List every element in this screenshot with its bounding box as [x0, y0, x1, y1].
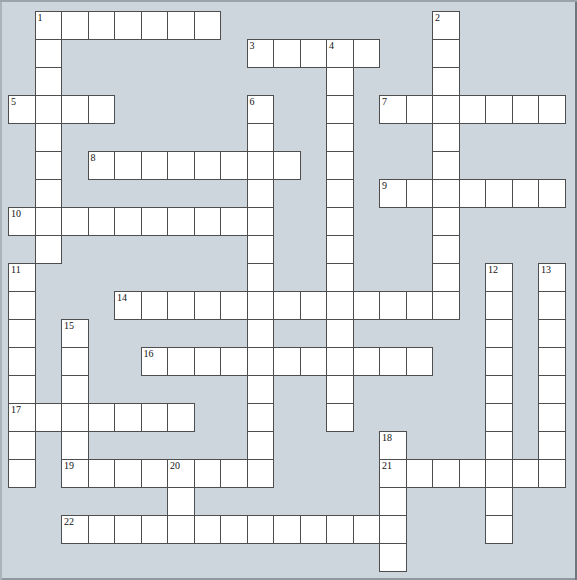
cell-r18c14[interactable]	[379, 515, 407, 544]
clue-number-11: 11	[11, 264, 21, 276]
clue-number-10: 10	[11, 208, 21, 220]
clue-number-16: 16	[144, 348, 154, 360]
cell-r18c8[interactable]	[220, 515, 248, 544]
cell-r18c2[interactable]: 22	[61, 515, 89, 544]
cell-r13c12[interactable]	[326, 375, 354, 404]
cell-r9c20[interactable]: 13	[538, 263, 566, 292]
cell-r16c3[interactable]	[88, 459, 116, 488]
cell-r7c12[interactable]	[326, 207, 354, 236]
cell-r5c8[interactable]	[220, 151, 248, 180]
cell-r1c1[interactable]	[35, 39, 63, 68]
cell-r10c10[interactable]	[273, 291, 301, 320]
cell-r18c10[interactable]	[273, 515, 301, 544]
cell-r5c10[interactable]	[273, 151, 301, 180]
cell-r14c3[interactable]	[88, 403, 116, 432]
clue-number-22: 22	[64, 516, 74, 528]
cell-r11c20[interactable]	[538, 319, 566, 348]
cell-r10c13[interactable]	[353, 291, 381, 320]
cell-r4c16[interactable]	[432, 123, 460, 152]
cell-r7c2[interactable]	[61, 207, 89, 236]
cell-r10c11[interactable]	[300, 291, 328, 320]
cell-r0c6[interactable]	[167, 11, 195, 40]
cell-r0c16[interactable]: 2	[432, 11, 460, 40]
cell-r12c13[interactable]	[353, 347, 381, 376]
clue-number-2: 2	[435, 12, 440, 24]
clue-number-17: 17	[11, 404, 21, 416]
cell-r11c18[interactable]	[485, 319, 513, 348]
cell-r1c9[interactable]: 3	[247, 39, 275, 68]
cell-r1c10[interactable]	[273, 39, 301, 68]
cell-r6c14[interactable]: 9	[379, 179, 407, 208]
cell-r6c18[interactable]	[485, 179, 513, 208]
cell-r16c9[interactable]	[247, 459, 275, 488]
clue-number-12: 12	[488, 264, 498, 276]
cell-r7c7[interactable]	[194, 207, 222, 236]
clue-number-5: 5	[11, 96, 16, 108]
cell-r13c20[interactable]	[538, 375, 566, 404]
cell-r10c8[interactable]	[220, 291, 248, 320]
cell-r8c12[interactable]	[326, 235, 354, 264]
cell-r12c5[interactable]: 16	[141, 347, 169, 376]
cell-r3c3[interactable]	[88, 95, 116, 124]
cell-r8c16[interactable]	[432, 235, 460, 264]
cell-r3c2[interactable]	[61, 95, 89, 124]
cell-r5c12[interactable]	[326, 151, 354, 180]
cell-r14c4[interactable]	[114, 403, 142, 432]
cell-r3c17[interactable]	[459, 95, 487, 124]
cell-r12c0[interactable]	[8, 347, 36, 376]
cell-r13c0[interactable]	[8, 375, 36, 404]
cell-r2c1[interactable]	[35, 67, 63, 96]
cell-r10c0[interactable]	[8, 291, 36, 320]
cell-r18c6[interactable]	[167, 515, 195, 544]
clue-number-18: 18	[382, 432, 392, 444]
cell-r10c18[interactable]	[485, 291, 513, 320]
clue-number-15: 15	[64, 320, 74, 332]
cell-r14c2[interactable]	[61, 403, 89, 432]
cell-r2c16[interactable]	[432, 67, 460, 96]
cell-r6c1[interactable]	[35, 179, 63, 208]
cell-r12c20[interactable]	[538, 347, 566, 376]
clue-number-14: 14	[117, 292, 127, 304]
cell-r12c6[interactable]	[167, 347, 195, 376]
cell-r16c15[interactable]	[406, 459, 434, 488]
cell-r7c5[interactable]	[141, 207, 169, 236]
clue-number-19: 19	[64, 460, 74, 472]
cell-r10c20[interactable]	[538, 291, 566, 320]
cell-r7c8[interactable]	[220, 207, 248, 236]
cell-r18c11[interactable]	[300, 515, 328, 544]
cell-r10c15[interactable]	[406, 291, 434, 320]
cell-r1c12[interactable]: 4	[326, 39, 354, 68]
cell-r6c17[interactable]	[459, 179, 487, 208]
cell-r14c12[interactable]	[326, 403, 354, 432]
cell-r1c13[interactable]	[353, 39, 381, 68]
cell-r15c18[interactable]	[485, 431, 513, 460]
cell-r14c0[interactable]: 17	[8, 403, 36, 432]
cell-r15c14[interactable]: 18	[379, 431, 407, 460]
cell-r12c9[interactable]	[247, 347, 275, 376]
cell-r12c11[interactable]	[300, 347, 328, 376]
cell-r16c2[interactable]: 19	[61, 459, 89, 488]
cell-r4c9[interactable]	[247, 123, 275, 152]
clue-number-7: 7	[382, 96, 387, 108]
cell-r16c18[interactable]	[485, 459, 513, 488]
cell-r2c12[interactable]	[326, 67, 354, 96]
cell-r11c2[interactable]: 15	[61, 319, 89, 348]
cell-r18c18[interactable]	[485, 515, 513, 544]
cell-r8c1[interactable]	[35, 235, 63, 264]
cell-r9c9[interactable]	[247, 263, 275, 292]
cell-r5c1[interactable]	[35, 151, 63, 180]
cell-r16c0[interactable]	[8, 459, 36, 488]
cell-r3c14[interactable]: 7	[379, 95, 407, 124]
cell-r7c9[interactable]	[247, 207, 275, 236]
cell-r10c5[interactable]	[141, 291, 169, 320]
cell-r5c3[interactable]: 8	[88, 151, 116, 180]
cell-r9c0[interactable]: 11	[8, 263, 36, 292]
cell-r12c18[interactable]	[485, 347, 513, 376]
cell-r12c8[interactable]	[220, 347, 248, 376]
clue-number-8: 8	[91, 152, 96, 164]
clue-number-20: 20	[170, 460, 180, 472]
cell-r18c5[interactable]	[141, 515, 169, 544]
cell-r18c9[interactable]	[247, 515, 275, 544]
cell-r3c12[interactable]	[326, 95, 354, 124]
cell-r16c17[interactable]	[459, 459, 487, 488]
cell-r10c16[interactable]	[432, 291, 460, 320]
cell-r14c20[interactable]	[538, 403, 566, 432]
cell-r3c1[interactable]	[35, 95, 63, 124]
cell-r5c4[interactable]	[114, 151, 142, 180]
crossword-board: 12345678910111213141516171819202122	[0, 0, 577, 580]
cell-r18c13[interactable]	[353, 515, 381, 544]
clue-number-13: 13	[541, 264, 551, 276]
cell-r5c5[interactable]	[141, 151, 169, 180]
cell-r15c2[interactable]	[61, 431, 89, 460]
clue-number-4: 4	[329, 40, 334, 52]
clue-number-1: 1	[38, 12, 43, 24]
cell-r12c7[interactable]	[194, 347, 222, 376]
cell-r7c1[interactable]	[35, 207, 63, 236]
clue-number-6: 6	[250, 96, 255, 108]
cell-r11c12[interactable]	[326, 319, 354, 348]
cell-r0c5[interactable]	[141, 11, 169, 40]
cell-r18c12[interactable]	[326, 515, 354, 544]
cell-r19c14[interactable]	[379, 543, 407, 572]
cell-r14c5[interactable]	[141, 403, 169, 432]
cell-r8c9[interactable]	[247, 235, 275, 264]
cell-r0c1[interactable]: 1	[35, 11, 63, 40]
cell-r16c8[interactable]	[220, 459, 248, 488]
cell-r0c7[interactable]	[194, 11, 222, 40]
cell-r6c20[interactable]	[538, 179, 566, 208]
cell-r10c9[interactable]	[247, 291, 275, 320]
cell-r16c4[interactable]	[114, 459, 142, 488]
cell-r5c9[interactable]	[247, 151, 275, 180]
cell-r12c14[interactable]	[379, 347, 407, 376]
cell-r1c11[interactable]	[300, 39, 328, 68]
cell-r0c4[interactable]	[114, 11, 142, 40]
cell-r7c3[interactable]	[88, 207, 116, 236]
cell-r5c6[interactable]	[167, 151, 195, 180]
cell-r16c20[interactable]	[538, 459, 566, 488]
cell-r5c7[interactable]	[194, 151, 222, 180]
cell-r15c9[interactable]	[247, 431, 275, 460]
cell-r16c5[interactable]	[141, 459, 169, 488]
cell-r13c9[interactable]	[247, 375, 275, 404]
cell-r12c15[interactable]	[406, 347, 434, 376]
cell-r3c0[interactable]: 5	[8, 95, 36, 124]
cell-r0c2[interactable]	[61, 11, 89, 40]
cell-r16c16[interactable]	[432, 459, 460, 488]
cell-r16c19[interactable]	[512, 459, 540, 488]
cell-r11c9[interactable]	[247, 319, 275, 348]
cell-r6c16[interactable]	[432, 179, 460, 208]
cell-r3c16[interactable]	[432, 95, 460, 124]
cell-r7c16[interactable]	[432, 207, 460, 236]
cell-r10c14[interactable]	[379, 291, 407, 320]
cell-r12c12[interactable]	[326, 347, 354, 376]
cell-r18c3[interactable]	[88, 515, 116, 544]
cell-r9c18[interactable]: 12	[485, 263, 513, 292]
cell-r16c6[interactable]: 20	[167, 459, 195, 488]
cell-r14c18[interactable]	[485, 403, 513, 432]
cell-r12c10[interactable]	[273, 347, 301, 376]
cell-r3c18[interactable]	[485, 95, 513, 124]
cell-r7c4[interactable]	[114, 207, 142, 236]
cell-r10c4[interactable]: 14	[114, 291, 142, 320]
cell-r3c9[interactable]: 6	[247, 95, 275, 124]
cell-r10c6[interactable]	[167, 291, 195, 320]
cell-r3c20[interactable]	[538, 95, 566, 124]
cell-r10c7[interactable]	[194, 291, 222, 320]
cell-r13c18[interactable]	[485, 375, 513, 404]
cell-r3c15[interactable]	[406, 95, 434, 124]
cell-r15c20[interactable]	[538, 431, 566, 460]
cell-r7c6[interactable]	[167, 207, 195, 236]
cell-r3c19[interactable]	[512, 95, 540, 124]
cell-r4c1[interactable]	[35, 123, 63, 152]
clue-number-9: 9	[382, 180, 387, 192]
cell-r14c6[interactable]	[167, 403, 195, 432]
cell-r1c16[interactable]	[432, 39, 460, 68]
cell-r6c19[interactable]	[512, 179, 540, 208]
clue-number-3: 3	[250, 40, 255, 52]
cell-r11c0[interactable]	[8, 319, 36, 348]
cell-r10c12[interactable]	[326, 291, 354, 320]
cell-r0c3[interactable]	[88, 11, 116, 40]
cell-r12c2[interactable]	[61, 347, 89, 376]
cell-r17c18[interactable]	[485, 487, 513, 516]
cell-r5c16[interactable]	[432, 151, 460, 180]
cell-r16c14[interactable]: 21	[379, 459, 407, 488]
cell-r18c4[interactable]	[114, 515, 142, 544]
cell-r17c14[interactable]	[379, 487, 407, 516]
clue-number-21: 21	[382, 460, 392, 472]
cell-r6c9[interactable]	[247, 179, 275, 208]
cell-r6c15[interactable]	[406, 179, 434, 208]
cell-r16c7[interactable]	[194, 459, 222, 488]
cell-r9c16[interactable]	[432, 263, 460, 292]
cell-r17c6[interactable]	[167, 487, 195, 516]
cell-r9c12[interactable]	[326, 263, 354, 292]
cell-r4c12[interactable]	[326, 123, 354, 152]
cell-r14c9[interactable]	[247, 403, 275, 432]
cell-r6c12[interactable]	[326, 179, 354, 208]
cell-r18c7[interactable]	[194, 515, 222, 544]
cell-r13c2[interactable]	[61, 375, 89, 404]
cell-r14c1[interactable]	[35, 403, 63, 432]
cell-r15c0[interactable]	[8, 431, 36, 460]
cell-r7c0[interactable]: 10	[8, 207, 36, 236]
